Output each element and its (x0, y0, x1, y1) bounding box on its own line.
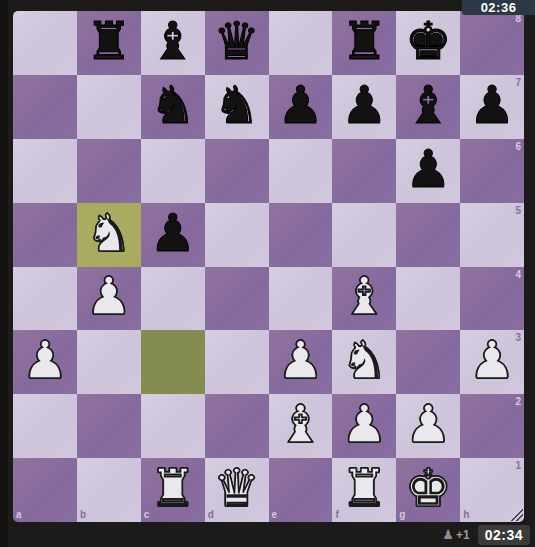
square-e2[interactable]: ♝ (269, 394, 333, 458)
rank-label-4: 4 (515, 269, 521, 280)
piece-white-bishop[interactable]: ♝ (277, 398, 324, 450)
square-f3[interactable]: ♞ (332, 330, 396, 394)
square-d2[interactable] (205, 394, 269, 458)
square-h5[interactable]: 5 (460, 203, 524, 267)
piece-white-king[interactable]: ♚ (405, 462, 452, 514)
piece-black-pawn[interactable]: ♟ (469, 79, 516, 131)
rank-label-6: 6 (515, 141, 521, 152)
square-c4[interactable] (141, 267, 205, 331)
square-f4[interactable]: ♝ (332, 267, 396, 331)
square-e6[interactable] (269, 139, 333, 203)
square-b7[interactable] (77, 75, 141, 139)
square-g3[interactable] (396, 330, 460, 394)
piece-white-knight[interactable]: ♞ (341, 334, 388, 386)
piece-black-knight[interactable]: ♞ (213, 79, 260, 131)
rank-label-2: 2 (515, 396, 521, 407)
rank-label-5: 5 (515, 205, 521, 216)
square-h6[interactable]: 6 (460, 139, 524, 203)
square-d8[interactable]: ♛ (205, 11, 269, 75)
square-h2[interactable]: 2 (460, 394, 524, 458)
opponent-clock-time: 02:36 (481, 0, 517, 15)
piece-black-bishop[interactable]: ♝ (405, 79, 452, 131)
piece-black-pawn[interactable]: ♟ (341, 79, 388, 131)
player-clock: 02:34 (478, 525, 530, 545)
square-f6[interactable] (332, 139, 396, 203)
square-a3[interactable]: ♟ (13, 330, 77, 394)
square-c2[interactable] (141, 394, 205, 458)
piece-white-rook[interactable]: ♜ (341, 462, 388, 514)
rank-label-7: 7 (515, 77, 521, 88)
piece-black-queen[interactable]: ♛ (213, 15, 260, 67)
square-g2[interactable]: ♟ (396, 394, 460, 458)
piece-white-pawn[interactable]: ♟ (341, 398, 388, 450)
piece-black-pawn[interactable]: ♟ (149, 207, 196, 259)
square-c8[interactable]: ♝ (141, 11, 205, 75)
piece-black-rook[interactable]: ♜ (341, 15, 388, 67)
piece-white-pawn[interactable]: ♟ (277, 334, 324, 386)
square-b3[interactable] (77, 330, 141, 394)
chess-app: { "game": "chess", "position": "1rbq1rk1… (0, 0, 535, 547)
square-d1[interactable]: ♛d (205, 458, 269, 522)
piece-white-knight[interactable]: ♞ (86, 207, 133, 259)
square-f1[interactable]: ♜f (332, 458, 396, 522)
piece-white-pawn[interactable]: ♟ (86, 270, 133, 322)
piece-black-pawn[interactable]: ♟ (405, 143, 452, 195)
square-d7[interactable]: ♞ (205, 75, 269, 139)
piece-white-pawn[interactable]: ♟ (22, 334, 69, 386)
piece-white-pawn[interactable]: ♟ (405, 398, 452, 450)
material-advantage-label: +1 (456, 528, 470, 542)
square-h7[interactable]: ♟7 (460, 75, 524, 139)
square-e4[interactable] (269, 267, 333, 331)
square-h8[interactable]: 8 (460, 11, 524, 75)
square-a5[interactable] (13, 203, 77, 267)
square-b6[interactable] (77, 139, 141, 203)
square-b4[interactable]: ♟ (77, 267, 141, 331)
square-c6[interactable] (141, 139, 205, 203)
square-a6[interactable] (13, 139, 77, 203)
file-label-f: f (335, 509, 338, 520)
file-label-d: d (208, 509, 214, 520)
piece-black-bishop[interactable]: ♝ (149, 15, 196, 67)
square-b2[interactable] (77, 394, 141, 458)
square-d3[interactable] (205, 330, 269, 394)
board[interactable]: ♜♝♛♜♚8♞♞♟♟♝♟7♟6♞♟5♟♝4♟♟♞♟3♝♟♟2ab♜c♛de♜f♚… (13, 11, 524, 522)
resize-handle-icon[interactable] (511, 509, 523, 521)
player-hud: ♟ +1 02:34 (0, 522, 535, 547)
square-g5[interactable] (396, 203, 460, 267)
square-g4[interactable] (396, 267, 460, 331)
rank-label-1: 1 (515, 460, 521, 471)
piece-white-bishop[interactable]: ♝ (341, 270, 388, 322)
file-label-e: e (272, 509, 278, 520)
square-c3[interactable] (141, 330, 205, 394)
piece-white-pawn[interactable]: ♟ (469, 334, 516, 386)
piece-black-king[interactable]: ♚ (405, 15, 452, 67)
piece-black-knight[interactable]: ♞ (149, 79, 196, 131)
square-g6[interactable]: ♟ (396, 139, 460, 203)
file-label-a: a (16, 509, 22, 520)
square-e5[interactable] (269, 203, 333, 267)
square-g7[interactable]: ♝ (396, 75, 460, 139)
square-b5[interactable]: ♞ (77, 203, 141, 267)
rank-label-3: 3 (515, 332, 521, 343)
file-label-c: c (144, 509, 150, 520)
square-g8[interactable]: ♚ (396, 11, 460, 75)
pawn-icon: ♟ (442, 527, 454, 542)
square-b1[interactable]: b (77, 458, 141, 522)
square-a1[interactable]: a (13, 458, 77, 522)
square-a2[interactable] (13, 394, 77, 458)
square-d6[interactable] (205, 139, 269, 203)
file-label-g: g (399, 509, 405, 520)
square-f5[interactable] (332, 203, 396, 267)
piece-black-rook[interactable]: ♜ (86, 15, 133, 67)
square-h3[interactable]: ♟3 (460, 330, 524, 394)
square-h1[interactable]: 1h (460, 458, 524, 522)
square-f2[interactable]: ♟ (332, 394, 396, 458)
square-b8[interactable]: ♜ (77, 11, 141, 75)
file-label-h: h (463, 509, 469, 520)
opponent-clock: 02:36 (462, 0, 535, 15)
square-e3[interactable]: ♟ (269, 330, 333, 394)
square-d4[interactable] (205, 267, 269, 331)
file-label-b: b (80, 509, 86, 520)
square-a8[interactable] (13, 11, 77, 75)
piece-black-pawn[interactable]: ♟ (277, 79, 324, 131)
square-c5[interactable]: ♟ (141, 203, 205, 267)
square-c1[interactable]: ♜c (141, 458, 205, 522)
piece-white-rook[interactable]: ♜ (149, 462, 196, 514)
square-e7[interactable]: ♟ (269, 75, 333, 139)
material-advantage: ♟ +1 (442, 527, 469, 542)
player-clock-time: 02:34 (485, 527, 523, 543)
square-e1[interactable]: e (269, 458, 333, 522)
square-g1[interactable]: ♚g (396, 458, 460, 522)
square-d5[interactable] (205, 203, 269, 267)
square-f7[interactable]: ♟ (332, 75, 396, 139)
square-c7[interactable]: ♞ (141, 75, 205, 139)
square-a4[interactable] (13, 267, 77, 331)
square-h4[interactable]: 4 (460, 267, 524, 331)
piece-white-queen[interactable]: ♛ (213, 462, 260, 514)
square-a7[interactable] (13, 75, 77, 139)
square-f8[interactable]: ♜ (332, 11, 396, 75)
window-edge (0, 0, 8, 547)
square-e8[interactable] (269, 11, 333, 75)
